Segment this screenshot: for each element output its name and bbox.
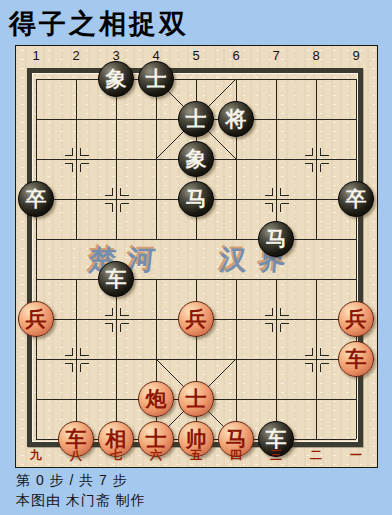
file-label-bottom-1: 九 (24, 447, 48, 464)
file-label-bottom-9: 一 (344, 447, 368, 464)
piece-black-chariot[interactable]: 车 (98, 261, 134, 297)
piece-black-soldier[interactable]: 卒 (18, 181, 54, 217)
piece-red-soldier[interactable]: 兵 (338, 301, 374, 337)
file-label-top-8: 8 (305, 48, 327, 63)
file-label-top-1: 1 (25, 48, 47, 63)
file-label-top-6: 6 (225, 48, 247, 63)
file-label-bottom-6: 四 (224, 447, 248, 464)
board-panel[interactable]: 123456789 楚河 汉界 象士士将象卒马卒马车兵兵兵车炮士车相士帅马车 九… (15, 45, 378, 468)
piece-red-chariot[interactable]: 车 (338, 341, 374, 377)
file-label-bottom-3: 七 (104, 447, 128, 464)
file-label-bottom-5: 五 (184, 447, 208, 464)
piece-red-cannon[interactable]: 炮 (138, 381, 174, 417)
file-label-top-9: 9 (345, 48, 367, 63)
move-counter: 第 0 步 / 共 7 步 (16, 472, 128, 490)
file-label-top-2: 2 (65, 48, 87, 63)
page-title: 得子之相捉双 (9, 6, 189, 42)
piece-red-soldier[interactable]: 兵 (18, 301, 54, 337)
piece-black-advisor[interactable]: 士 (138, 61, 174, 97)
piece-black-general[interactable]: 将 (218, 101, 254, 137)
piece-black-horse[interactable]: 马 (178, 181, 214, 217)
piece-black-elephant[interactable]: 象 (98, 61, 134, 97)
piece-black-horse[interactable]: 马 (258, 221, 294, 257)
file-label-bottom-4: 六 (144, 447, 168, 464)
credit-line: 本图由 木门斋 制作 (16, 492, 146, 510)
file-label-bottom-8: 二 (304, 447, 328, 464)
file-label-top-7: 7 (265, 48, 287, 63)
file-label-top-5: 5 (185, 48, 207, 63)
xiangqi-app: 得子之相捉双 123456789 楚河 汉界 象士士将象卒马卒马车兵兵兵车炮士车… (0, 0, 392, 515)
file-label-bottom-7: 三 (264, 447, 288, 464)
piece-red-soldier[interactable]: 兵 (178, 301, 214, 337)
file-label-bottom-2: 八 (64, 447, 88, 464)
piece-red-advisor[interactable]: 士 (178, 381, 214, 417)
piece-black-advisor[interactable]: 士 (178, 101, 214, 137)
piece-black-soldier[interactable]: 卒 (338, 181, 374, 217)
piece-black-elephant[interactable]: 象 (178, 141, 214, 177)
